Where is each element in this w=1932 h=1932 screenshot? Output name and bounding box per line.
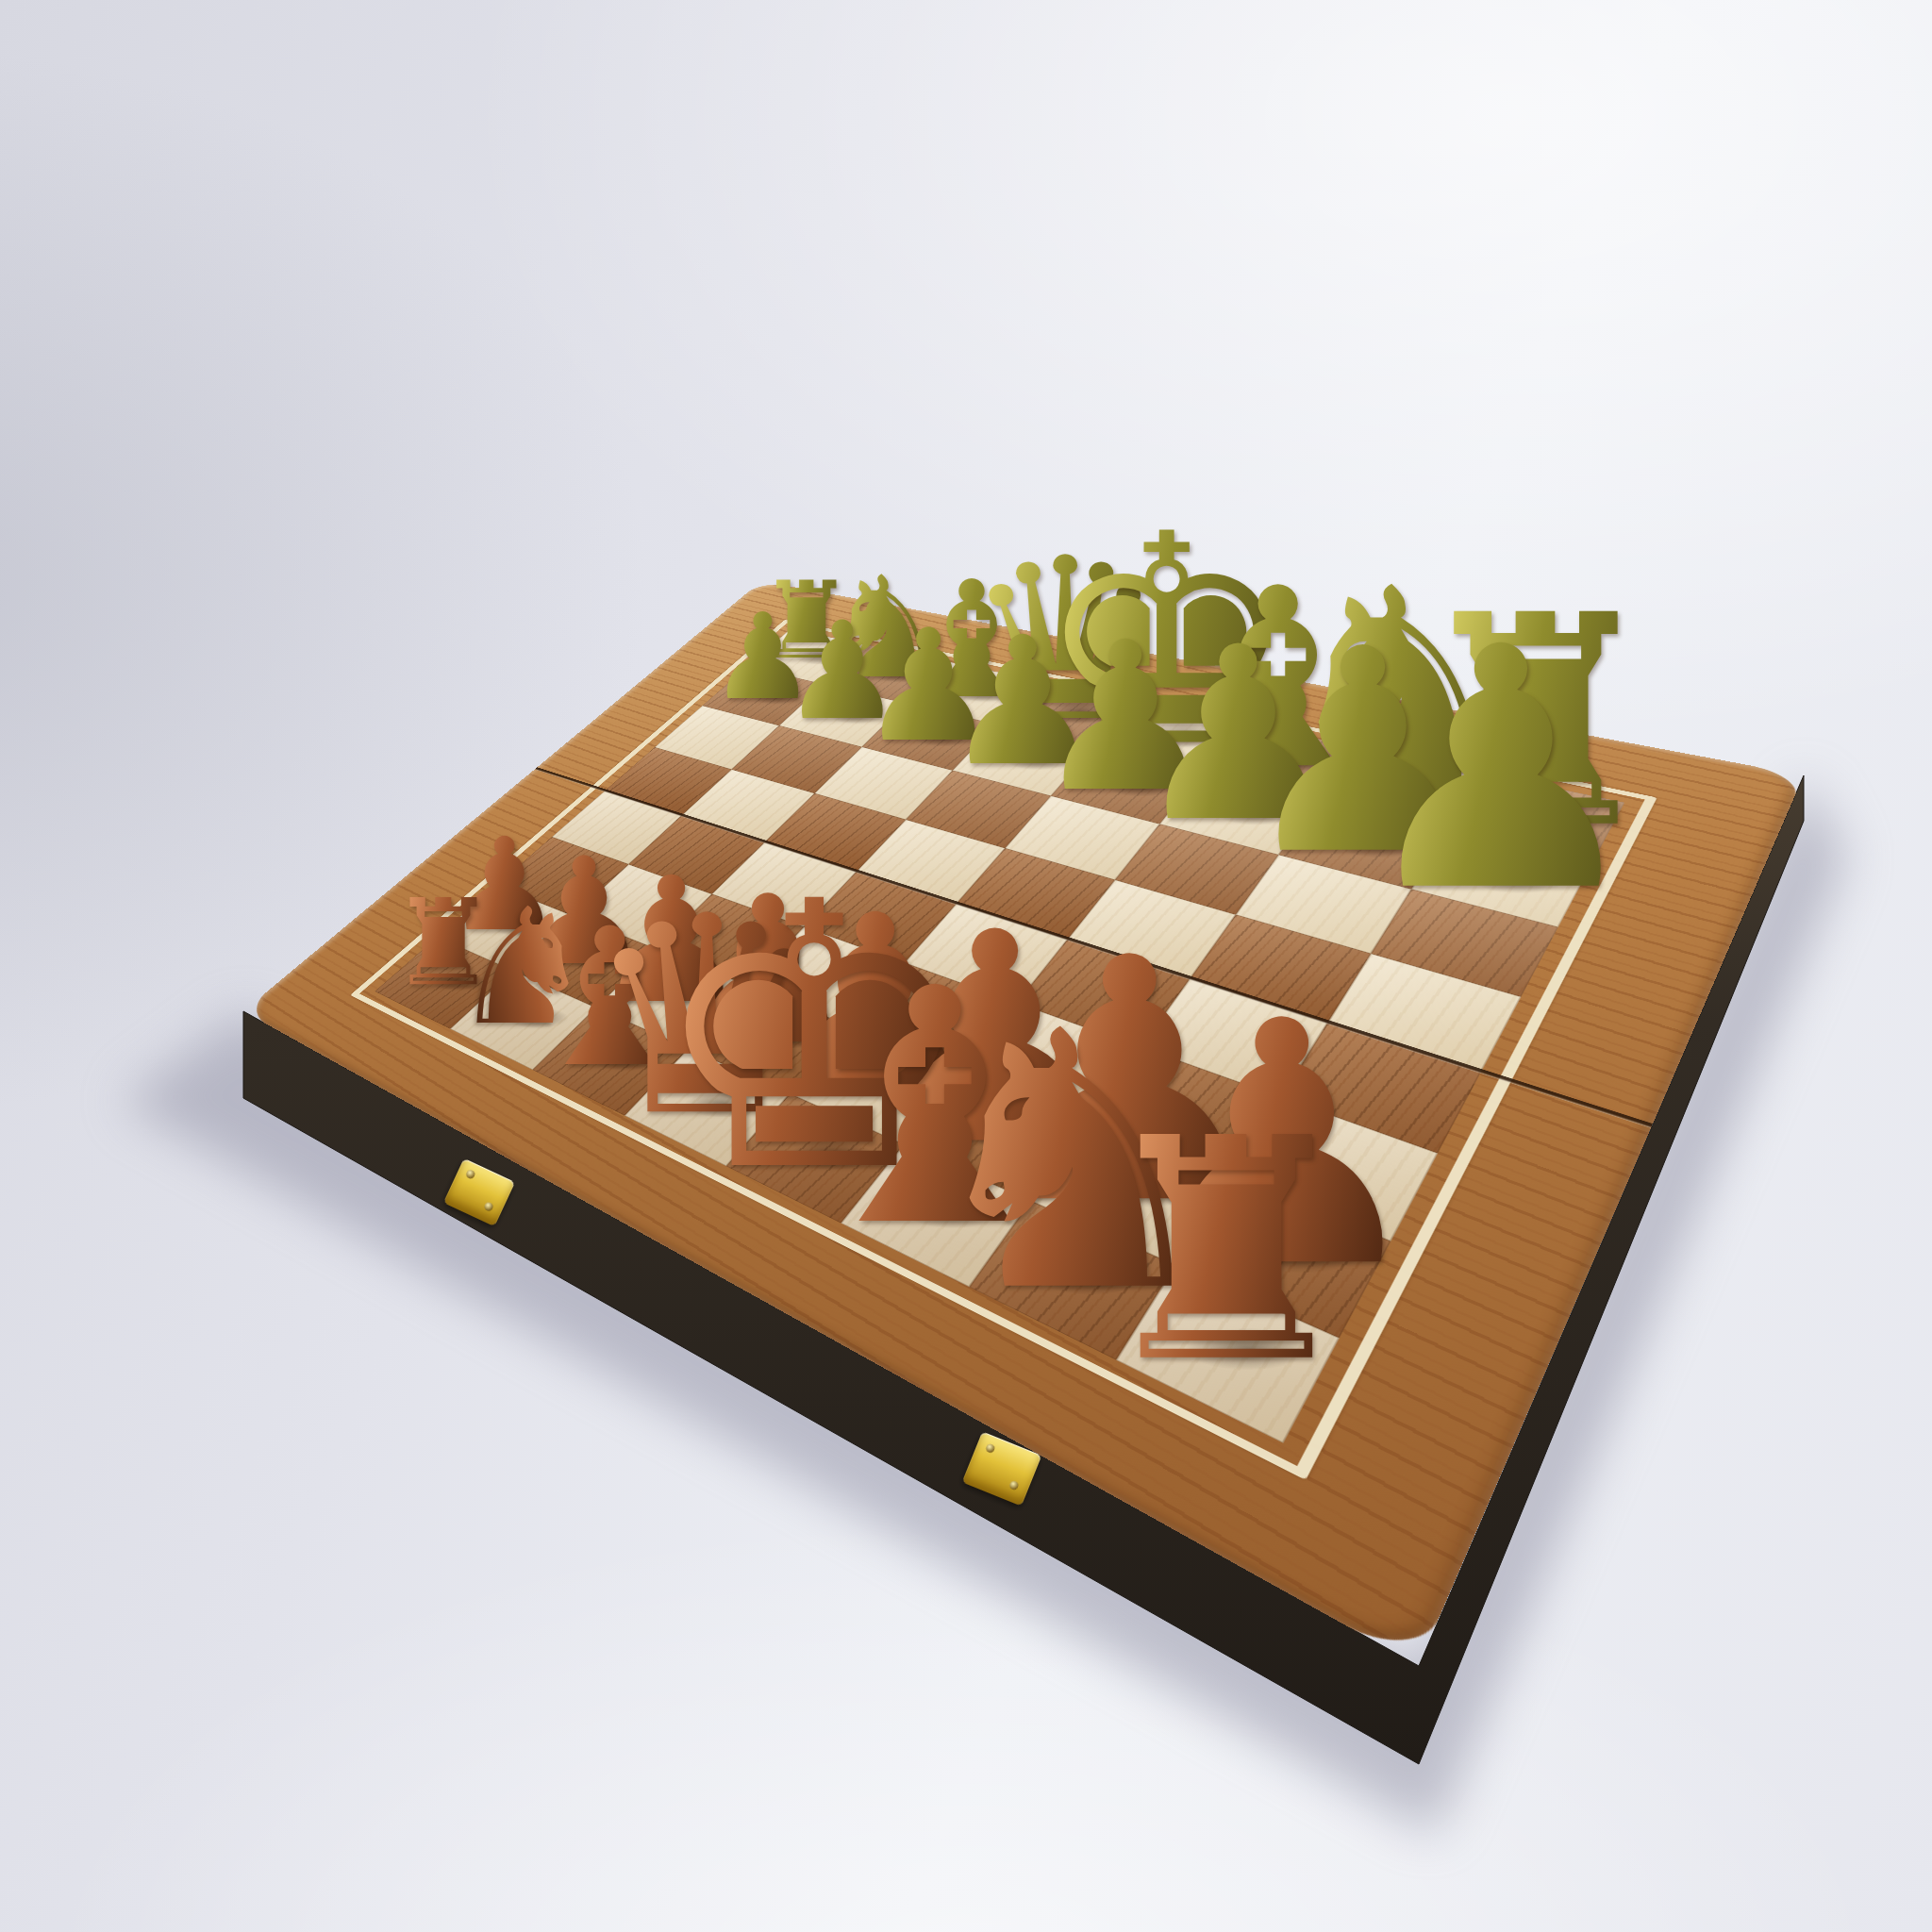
screw-icon <box>1008 1480 1020 1491</box>
chess-set-photo: ♜♞♝♛♚♝♞♜♟♟♟♟♟♟♟♟♟♟♟♟♟♟♟♟♜♞♝♛♚♝♞♜ <box>0 0 1932 1932</box>
screw-icon <box>985 1442 996 1454</box>
screw-icon <box>483 1201 494 1212</box>
screw-icon <box>465 1169 476 1180</box>
